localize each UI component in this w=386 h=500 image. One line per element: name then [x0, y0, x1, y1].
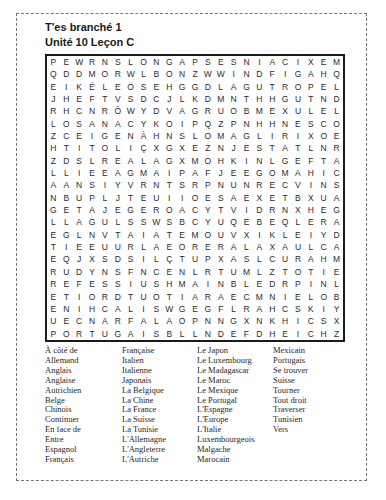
grid-cell-r18c21: T: [304, 266, 317, 278]
grid-cell-r22c14: N: [214, 315, 227, 327]
grid-cell-r10c21: H: [304, 167, 317, 179]
grid-cell-r19c20: P: [292, 278, 305, 290]
grid-cell-r23c18: H: [266, 328, 279, 340]
grid-cell-r21c16: R: [240, 303, 253, 315]
grid-cell-r17c19: U: [279, 254, 292, 266]
grid-cell-r7c11: S: [176, 130, 189, 142]
grid-cell-r15c2: G: [60, 229, 73, 241]
grid-cell-r3c22: E: [317, 81, 330, 93]
grid-cell-r15c15: V: [227, 229, 240, 241]
grid-cell-r1c22: E: [317, 56, 330, 68]
grid-cell-r6c10: O: [163, 118, 176, 130]
grid-cell-r8c9: X: [150, 142, 163, 154]
grid-cell-r5c5: R: [98, 105, 111, 117]
grid-cell-r12c12: O: [189, 192, 202, 204]
grid-cell-r12c21: X: [304, 192, 317, 204]
grid-cell-r6c7: C: [124, 118, 137, 130]
grid-cell-r20c1: E: [47, 291, 60, 303]
grid-cell-r3c10: H: [163, 81, 176, 93]
grid-cell-r4c11: L: [176, 93, 189, 105]
grid-cell-r3c2: I: [60, 81, 73, 93]
grid-cell-r7c8: À: [137, 130, 150, 142]
grid-cell-r23c6: G: [111, 328, 124, 340]
grid-cell-r22c4: N: [86, 315, 99, 327]
grid-cell-r1c16: N: [240, 56, 253, 68]
grid-cell-r18c4: Y: [86, 266, 99, 278]
grid-cell-r13c1: G: [47, 204, 60, 216]
grid-cell-r11c21: I: [304, 179, 317, 191]
grid-cell-r9c13: O: [201, 155, 214, 167]
grid-cell-r21c20: S: [292, 303, 305, 315]
grid-cell-r15c14: U: [214, 229, 227, 241]
word-item: Marocain: [197, 455, 273, 465]
grid-cell-r4c17: H: [253, 93, 266, 105]
word-search-grid: PEWRNSLONGAPSESNIACIXEMQDDMORWLBONZWWIND…: [45, 54, 345, 342]
grid-cell-r11c4: S: [86, 179, 99, 191]
grid-cell-r17c2: Q: [60, 254, 73, 266]
grid-cell-r18c13: R: [201, 266, 214, 278]
grid-cell-r14c8: S: [137, 217, 150, 229]
grid-cell-r10c19: M: [279, 167, 292, 179]
grid-cell-r22c6: R: [111, 315, 124, 327]
grid-cell-r1c11: A: [176, 56, 189, 68]
grid-cell-r16c2: I: [60, 241, 73, 253]
grid-cell-r6c1: L: [47, 118, 60, 130]
grid-cell-r3c5: L: [98, 81, 111, 93]
grid-cell-r14c11: B: [176, 217, 189, 229]
grid-cell-r23c12: L: [189, 328, 202, 340]
grid-cell-r21c8: I: [137, 303, 150, 315]
grid-cell-r20c9: O: [150, 291, 163, 303]
grid-cell-r5c11: A: [176, 105, 189, 117]
grid-cell-r19c18: D: [266, 278, 279, 290]
grid-cell-r10c6: A: [111, 167, 124, 179]
grid-cell-r19c23: L: [330, 278, 343, 290]
grid-cell-r23c20: I: [292, 328, 305, 340]
grid-cell-r19c10: H: [163, 278, 176, 290]
grid-cell-r5c1: R: [47, 105, 60, 117]
grid-cell-r18c23: E: [330, 266, 343, 278]
grid-cell-r12c17: X: [253, 192, 266, 204]
grid-cell-r6c8: Y: [137, 118, 150, 130]
grid-cell-r15c7: A: [124, 229, 137, 241]
grid-cell-r2c12: Z: [189, 68, 202, 80]
grid-cell-r10c22: I: [317, 167, 330, 179]
grid-cell-r16c10: E: [163, 241, 176, 253]
grid-cell-r23c3: R: [73, 328, 86, 340]
grid-cell-r6c6: A: [111, 118, 124, 130]
grid-cell-r19c7: I: [124, 278, 137, 290]
grid-cell-r15c16: X: [240, 229, 253, 241]
grid-cell-r13c21: H: [304, 204, 317, 216]
grid-cell-r2c10: O: [163, 68, 176, 80]
grid-cell-r19c5: S: [98, 278, 111, 290]
grid-cell-r22c9: L: [150, 315, 163, 327]
grid-cell-r2c9: B: [150, 68, 163, 80]
grid-cell-r23c13: N: [201, 328, 214, 340]
grid-cell-r19c1: R: [47, 278, 60, 290]
grid-cell-r19c12: A: [189, 278, 202, 290]
grid-cell-r17c14: X: [214, 254, 227, 266]
grid-cell-r8c13: Z: [201, 142, 214, 154]
grid-cell-r21c3: I: [73, 303, 86, 315]
grid-cell-r5c18: E: [266, 105, 279, 117]
grid-cell-r8c1: H: [47, 142, 60, 154]
grid-cell-r19c19: R: [279, 278, 292, 290]
grid-cell-r12c2: B: [60, 192, 73, 204]
grid-cell-r4c22: N: [317, 93, 330, 105]
grid-cell-r1c14: E: [214, 56, 227, 68]
grid-cell-r12c5: L: [98, 192, 111, 204]
grid-cell-r14c15: Q: [227, 217, 240, 229]
grid-cell-r17c8: I: [137, 254, 150, 266]
grid-cell-r13c10: O: [163, 204, 176, 216]
grid-cell-r13c23: G: [330, 204, 343, 216]
grid-cell-r1c5: N: [98, 56, 111, 68]
grid-cell-r11c22: N: [317, 179, 330, 191]
grid-cell-r19c21: I: [304, 278, 317, 290]
grid-cell-r18c18: Z: [266, 266, 279, 278]
grid-cell-r20c11: I: [176, 291, 189, 303]
grid-cell-r9c11: X: [176, 155, 189, 167]
grid-cell-r11c16: N: [240, 179, 253, 191]
grid-cell-r15c5: V: [98, 229, 111, 241]
grid-cell-r15c21: I: [304, 229, 317, 241]
grid-cell-r20c20: E: [292, 291, 305, 303]
grid-cell-r21c13: G: [201, 303, 214, 315]
grid-cell-r9c19: G: [279, 155, 292, 167]
word-list: À côté deAllemandAnglaisAnglaiseAutrichi…: [45, 346, 355, 465]
grid-cell-r6c15: P: [227, 118, 240, 130]
grid-cell-r3c21: P: [304, 81, 317, 93]
grid-cell-r1c4: R: [86, 56, 99, 68]
grid-cell-r8c18: T: [266, 142, 279, 154]
grid-cell-r7c1: Z: [47, 130, 60, 142]
grid-cell-r10c10: I: [163, 167, 176, 179]
grid-cell-r14c16: E: [240, 217, 253, 229]
grid-cell-r7c14: M: [214, 130, 227, 142]
grid-cell-r21c12: E: [189, 303, 202, 315]
grid-cell-r21c5: C: [98, 303, 111, 315]
grid-cell-r5c7: W: [124, 105, 137, 117]
grid-cell-r12c3: U: [73, 192, 86, 204]
grid-cell-r15c17: I: [253, 229, 266, 241]
grid-cell-r12c15: A: [227, 192, 240, 204]
grid-cell-r13c11: A: [176, 204, 189, 216]
grid-cell-r14c4: G: [86, 217, 99, 229]
grid-cell-r7c3: E: [73, 130, 86, 142]
grid-cell-r1c10: G: [163, 56, 176, 68]
word-item: Vers: [273, 425, 345, 435]
grid-cell-r10c15: E: [227, 167, 240, 179]
grid-cell-r8c23: R: [330, 142, 343, 154]
grid-cell-r4c4: F: [86, 93, 99, 105]
grid-cell-r5c20: U: [292, 105, 305, 117]
grid-cell-r21c10: W: [163, 303, 176, 315]
grid-cell-r6c19: N: [279, 118, 292, 130]
grid-cell-r10c18: O: [266, 167, 279, 179]
grid-cell-r9c17: N: [253, 155, 266, 167]
grid-cell-r5c9: D: [150, 105, 163, 117]
grid-cell-r12c14: S: [214, 192, 227, 204]
grid-cell-r16c13: E: [201, 241, 214, 253]
grid-cell-r22c3: C: [73, 315, 86, 327]
grid-cell-r15c19: L: [279, 229, 292, 241]
grid-cell-r20c23: B: [330, 291, 343, 303]
grid-cell-r16c23: A: [330, 241, 343, 253]
grid-cell-r2c6: R: [111, 68, 124, 80]
grid-cell-r7c20: I: [292, 130, 305, 142]
grid-cell-r13c16: I: [240, 204, 253, 216]
grid-cell-r19c8: U: [137, 278, 150, 290]
grid-cell-r10c17: G: [253, 167, 266, 179]
grid-cell-r14c21: E: [304, 217, 317, 229]
grid-cell-r13c8: E: [137, 204, 150, 216]
grid-cell-r3c4: É: [86, 81, 99, 93]
grid-cell-r22c1: U: [47, 315, 60, 327]
grid-cell-r17c1: E: [47, 254, 60, 266]
grid-cell-r15c12: M: [189, 229, 202, 241]
grid-cell-r3c14: L: [214, 81, 227, 93]
grid-cell-r11c19: C: [279, 179, 292, 191]
grid-cell-r14c1: L: [47, 217, 60, 229]
grid-cell-r3c16: G: [240, 81, 253, 93]
grid-cell-r13c18: R: [266, 204, 279, 216]
grid-cell-r2c13: W: [201, 68, 214, 80]
grid-cell-r6c17: H: [253, 118, 266, 130]
grid-cell-r12c22: U: [317, 192, 330, 204]
grid-cell-r2c7: W: [124, 68, 137, 80]
grid-cell-r10c5: E: [98, 167, 111, 179]
grid-cell-r1c3: W: [73, 56, 86, 68]
grid-cell-r19c3: F: [73, 278, 86, 290]
grid-cell-r2c2: D: [60, 68, 73, 80]
grid-cell-r14c10: S: [163, 217, 176, 229]
grid-cell-r18c22: I: [317, 266, 330, 278]
grid-cell-r9c12: M: [189, 155, 202, 167]
grid-cell-r8c17: S: [253, 142, 266, 154]
grid-cell-r23c19: E: [279, 328, 292, 340]
grid-cell-r17c23: M: [330, 254, 343, 266]
grid-cell-r14c17: B: [253, 217, 266, 229]
grid-cell-r20c17: M: [253, 291, 266, 303]
grid-cell-r4c20: U: [292, 93, 305, 105]
grid-cell-r3c12: G: [189, 81, 202, 93]
grid-cell-r16c22: C: [317, 241, 330, 253]
grid-cell-r17c20: R: [292, 254, 305, 266]
grid-cell-r20c16: C: [240, 291, 253, 303]
grid-cell-r6c21: S: [304, 118, 317, 130]
grid-cell-r5c14: U: [214, 105, 227, 117]
grid-cell-r9c1: Z: [47, 155, 60, 167]
grid-cell-r13c3: T: [73, 204, 86, 216]
grid-cell-r3c7: O: [124, 81, 137, 93]
grid-cell-r5c17: M: [253, 105, 266, 117]
grid-cell-r1c15: S: [227, 56, 240, 68]
grid-cell-r15c20: E: [292, 229, 305, 241]
grid-cell-r18c17: L: [253, 266, 266, 278]
grid-cell-r3c8: S: [137, 81, 150, 93]
grid-cell-r2c17: D: [253, 68, 266, 80]
grid-cell-r19c16: L: [240, 278, 253, 290]
print-margin-frame: T'es branché 1 Unité 10 Leçon C PEWRNSLO…: [16, 13, 367, 481]
grid-cell-r5c4: N: [86, 105, 99, 117]
grid-cell-r4c18: H: [266, 93, 279, 105]
grid-cell-r1c2: E: [60, 56, 73, 68]
grid-cell-r10c13: F: [201, 167, 214, 179]
grid-cell-r12c23: A: [330, 192, 343, 204]
grid-cell-r11c23: S: [330, 179, 343, 191]
grid-cell-r7c13: O: [201, 130, 214, 142]
grid-cell-r22c12: P: [189, 315, 202, 327]
grid-cell-r10c1: L: [47, 167, 60, 179]
grid-cell-r10c8: M: [137, 167, 150, 179]
grid-cell-r2c5: O: [98, 68, 111, 80]
grid-cell-r8c20: T: [292, 142, 305, 154]
grid-cell-r17c15: A: [227, 254, 240, 266]
grid-cell-r4c1: J: [47, 93, 60, 105]
grid-cell-r23c15: E: [227, 328, 240, 340]
grid-cell-r20c18: N: [266, 291, 279, 303]
grid-cell-r15c18: K: [266, 229, 279, 241]
grid-cell-r11c9: N: [150, 179, 163, 191]
grid-cell-r2c1: Q: [47, 68, 60, 80]
grid-cell-r20c21: L: [304, 291, 317, 303]
grid-cell-r22c5: A: [98, 315, 111, 327]
grid-cell-r20c4: O: [86, 291, 99, 303]
grid-cell-r23c1: P: [47, 328, 60, 340]
grid-cell-r4c16: T: [240, 93, 253, 105]
grid-cell-r22c23: X: [330, 315, 343, 327]
grid-cell-r5c3: C: [73, 105, 86, 117]
grid-cell-r14c7: S: [124, 217, 137, 229]
grid-cell-r18c11: N: [176, 266, 189, 278]
grid-cell-r19c13: I: [201, 278, 214, 290]
grid-cell-r18c2: U: [60, 266, 73, 278]
grid-cell-r12c18: E: [266, 192, 279, 204]
grid-cell-r21c4: H: [86, 303, 99, 315]
worksheet-title: T'es branché 1: [45, 20, 355, 35]
grid-cell-r15c22: Y: [317, 229, 330, 241]
grid-cell-r6c12: P: [189, 118, 202, 130]
grid-cell-r16c7: R: [124, 241, 137, 253]
grid-cell-r14c22: R: [317, 217, 330, 229]
grid-cell-r17c21: A: [304, 254, 317, 266]
grid-cell-r4c10: J: [163, 93, 176, 105]
grid-cell-r5c10: V: [163, 105, 176, 117]
grid-cell-r7c15: A: [227, 130, 240, 142]
grid-cell-r5c6: Ô: [111, 105, 124, 117]
grid-cell-r15c4: N: [86, 229, 99, 241]
grid-cell-r10c3: I: [73, 167, 86, 179]
grid-cell-r8c6: L: [111, 142, 124, 154]
grid-cell-r14c2: L: [60, 217, 73, 229]
grid-cell-r1c20: I: [292, 56, 305, 68]
grid-cell-r15c13: O: [201, 229, 214, 241]
grid-cell-r18c15: U: [227, 266, 240, 278]
grid-cell-r11c13: P: [201, 179, 214, 191]
grid-cell-r7c7: N: [124, 130, 137, 142]
grid-cell-r18c16: M: [240, 266, 253, 278]
grid-cell-r6c18: H: [266, 118, 279, 130]
grid-cell-r21c14: F: [214, 303, 227, 315]
grid-cell-r11c14: N: [214, 179, 227, 191]
grid-cell-r18c3: D: [73, 266, 86, 278]
grid-cell-r2c15: I: [227, 68, 240, 80]
grid-cell-r3c9: E: [150, 81, 163, 93]
grid-cell-r2c23: Q: [330, 68, 343, 80]
grid-cell-r6c13: Q: [201, 118, 214, 130]
grid-cell-r16c14: R: [214, 241, 227, 253]
grid-cell-r16c16: L: [240, 241, 253, 253]
grid-cell-r21c15: L: [227, 303, 240, 315]
grid-cell-r15c6: T: [111, 229, 124, 241]
grid-cell-r17c4: X: [86, 254, 99, 266]
grid-cell-r8c5: O: [98, 142, 111, 154]
grid-cell-r2c21: A: [304, 68, 317, 80]
grid-cell-r5c8: Y: [137, 105, 150, 117]
grid-cell-r13c19: N: [279, 204, 292, 216]
grid-cell-r18c20: O: [292, 266, 305, 278]
grid-cell-r5c2: H: [60, 105, 73, 117]
grid-cell-r9c10: G: [163, 155, 176, 167]
grid-cell-r5c15: O: [227, 105, 240, 117]
grid-cell-r22c10: A: [163, 315, 176, 327]
grid-cell-r16c15: A: [227, 241, 240, 253]
grid-cell-r2c3: D: [73, 68, 86, 80]
grid-cell-r13c12: C: [189, 204, 202, 216]
grid-cell-r7c19: R: [279, 130, 292, 142]
worksheet-page: T'es branché 1 Unité 10 Leçon C PEWRNSLO…: [0, 0, 386, 500]
grid-cell-r2c22: H: [317, 68, 330, 80]
grid-cell-r3c19: R: [279, 81, 292, 93]
grid-cell-r6c14: Z: [214, 118, 227, 130]
grid-cell-r23c7: A: [124, 328, 137, 340]
grid-cell-r21c2: N: [60, 303, 73, 315]
worksheet-subtitle: Unité 10 Leçon C: [45, 35, 355, 50]
grid-cell-r19c15: B: [227, 278, 240, 290]
grid-cell-r19c4: E: [86, 278, 99, 290]
grid-cell-r23c2: O: [60, 328, 73, 340]
grid-cell-r23c23: Z: [330, 328, 343, 340]
grid-cell-r18c6: S: [111, 266, 124, 278]
grid-cell-r8c3: I: [73, 142, 86, 154]
grid-cell-r20c8: U: [137, 291, 150, 303]
grid-cell-r1c12: P: [189, 56, 202, 68]
grid-cell-r23c21: C: [304, 328, 317, 340]
grid-cell-r13c20: X: [292, 204, 305, 216]
grid-cell-r8c11: X: [176, 142, 189, 154]
grid-cell-r20c3: I: [73, 291, 86, 303]
word-item: L'Autriche: [122, 455, 197, 465]
grid-cell-r14c23: A: [330, 217, 343, 229]
grid-cell-r12c10: I: [163, 192, 176, 204]
grid-cell-r18c9: C: [150, 266, 163, 278]
grid-cell-r15c1: E: [47, 229, 60, 241]
grid-cell-r17c3: J: [73, 254, 86, 266]
grid-cell-r15c10: T: [163, 229, 176, 241]
word-list-column-2: FrançaiseItalienItalienneJaponaisLa Belg…: [122, 346, 197, 465]
grid-cell-r5c21: L: [304, 105, 317, 117]
grid-cell-r2c18: F: [266, 68, 279, 80]
grid-cell-r17c12: U: [189, 254, 202, 266]
grid-cell-r5c23: L: [330, 105, 343, 117]
grid-cell-r16c5: U: [98, 241, 111, 253]
grid-cell-r4c6: V: [111, 93, 124, 105]
word-list-column-1: À côté deAllemandAnglaisAnglaiseAutrichi…: [45, 346, 122, 465]
grid-cell-r4c7: S: [124, 93, 137, 105]
grid-cell-r21c9: S: [150, 303, 163, 315]
